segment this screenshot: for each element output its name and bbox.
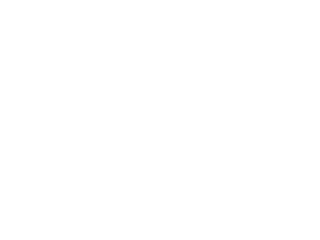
chess-board — [4, 4, 232, 232]
board-frame — [0, 0, 236, 236]
